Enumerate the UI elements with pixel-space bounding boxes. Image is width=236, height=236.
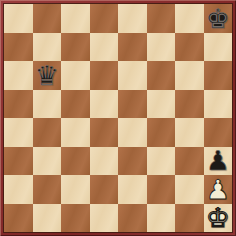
square-a1[interactable]	[4, 204, 33, 233]
square-b3[interactable]	[33, 147, 62, 176]
square-g5[interactable]	[175, 90, 204, 119]
square-a3[interactable]	[4, 147, 33, 176]
square-f2[interactable]	[147, 175, 176, 204]
square-f6[interactable]	[147, 61, 176, 90]
square-d7[interactable]	[90, 33, 119, 62]
square-g7[interactable]	[175, 33, 204, 62]
square-c1[interactable]	[61, 204, 90, 233]
square-g4[interactable]	[175, 118, 204, 147]
square-h8[interactable]: ♚	[204, 4, 233, 33]
square-d1[interactable]	[90, 204, 119, 233]
square-g1[interactable]	[175, 204, 204, 233]
square-d8[interactable]	[90, 4, 119, 33]
square-b8[interactable]	[33, 4, 62, 33]
black-queen[interactable]: ♛	[35, 62, 59, 89]
square-b7[interactable]	[33, 33, 62, 62]
square-f5[interactable]	[147, 90, 176, 119]
square-b1[interactable]	[33, 204, 62, 233]
square-b5[interactable]	[33, 90, 62, 119]
square-f4[interactable]	[147, 118, 176, 147]
square-d4[interactable]	[90, 118, 119, 147]
square-g8[interactable]	[175, 4, 204, 33]
square-h6[interactable]	[204, 61, 233, 90]
square-h4[interactable]	[204, 118, 233, 147]
square-c3[interactable]	[61, 147, 90, 176]
chess-board: ♚♛♟♟♚	[4, 4, 232, 232]
white-pawn[interactable]: ♟	[206, 176, 230, 203]
square-e1[interactable]	[118, 204, 147, 233]
white-king[interactable]: ♚	[206, 204, 230, 231]
square-e2[interactable]	[118, 175, 147, 204]
square-e3[interactable]	[118, 147, 147, 176]
square-h2[interactable]: ♟	[204, 175, 233, 204]
square-e4[interactable]	[118, 118, 147, 147]
square-d3[interactable]	[90, 147, 119, 176]
square-c8[interactable]	[61, 4, 90, 33]
square-f1[interactable]	[147, 204, 176, 233]
square-c6[interactable]	[61, 61, 90, 90]
square-e6[interactable]	[118, 61, 147, 90]
square-c5[interactable]	[61, 90, 90, 119]
square-c7[interactable]	[61, 33, 90, 62]
square-g6[interactable]	[175, 61, 204, 90]
black-king[interactable]: ♚	[206, 5, 230, 32]
square-d2[interactable]	[90, 175, 119, 204]
square-g3[interactable]	[175, 147, 204, 176]
square-h7[interactable]	[204, 33, 233, 62]
square-a8[interactable]	[4, 4, 33, 33]
square-a7[interactable]	[4, 33, 33, 62]
square-a2[interactable]	[4, 175, 33, 204]
square-f3[interactable]	[147, 147, 176, 176]
square-a4[interactable]	[4, 118, 33, 147]
square-b6[interactable]: ♛	[33, 61, 62, 90]
square-e5[interactable]	[118, 90, 147, 119]
square-b4[interactable]	[33, 118, 62, 147]
square-c4[interactable]	[61, 118, 90, 147]
board-frame: ♚♛♟♟♚	[0, 0, 236, 236]
square-a5[interactable]	[4, 90, 33, 119]
square-d6[interactable]	[90, 61, 119, 90]
square-e7[interactable]	[118, 33, 147, 62]
square-h5[interactable]	[204, 90, 233, 119]
square-f8[interactable]	[147, 4, 176, 33]
square-b2[interactable]	[33, 175, 62, 204]
square-c2[interactable]	[61, 175, 90, 204]
black-pawn[interactable]: ♟	[206, 147, 230, 174]
square-a6[interactable]	[4, 61, 33, 90]
square-e8[interactable]	[118, 4, 147, 33]
square-f7[interactable]	[147, 33, 176, 62]
square-h1[interactable]: ♚	[204, 204, 233, 233]
square-h3[interactable]: ♟	[204, 147, 233, 176]
square-g2[interactable]	[175, 175, 204, 204]
square-d5[interactable]	[90, 90, 119, 119]
